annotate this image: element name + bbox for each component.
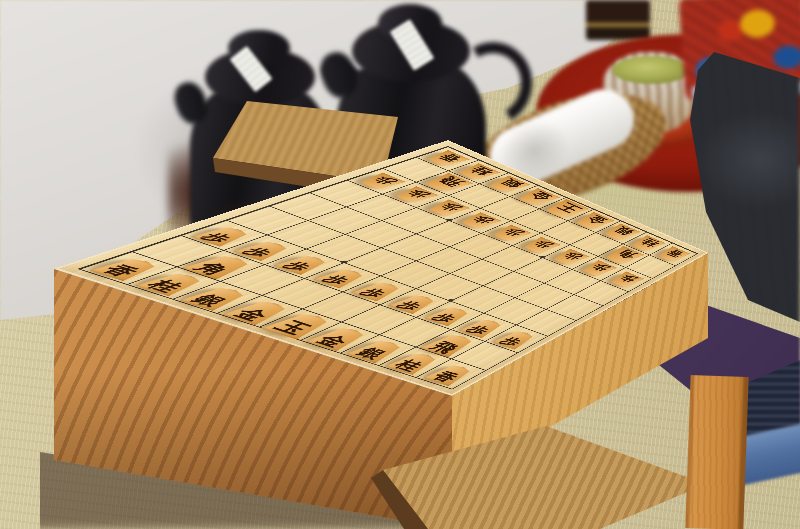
piece-kanji: 香 bbox=[96, 263, 143, 279]
piece-kanji: 歩 bbox=[356, 287, 389, 300]
piece-kanji: 王 bbox=[555, 201, 586, 214]
piece-kanji: 金 bbox=[584, 213, 611, 225]
piece-body: 歩 bbox=[423, 199, 471, 218]
shogi-piece-pawn[interactable]: 歩 bbox=[423, 199, 471, 218]
piece-kanji: 歩 bbox=[531, 238, 557, 249]
green-tea bbox=[612, 56, 690, 84]
lacquer-box bbox=[586, 0, 650, 40]
piece-kanji: 歩 bbox=[197, 231, 236, 245]
piece-kanji: 歩 bbox=[496, 335, 525, 348]
piece-kanji: 角 bbox=[188, 261, 235, 277]
piece-kanji: 歩 bbox=[438, 201, 467, 212]
piece-kanji: 香 bbox=[428, 370, 462, 385]
piece-kanji: 歩 bbox=[371, 174, 402, 185]
piece-kanji: 香 bbox=[665, 248, 687, 259]
piece-kanji: 歩 bbox=[463, 324, 493, 337]
piece-kanji: 金 bbox=[228, 306, 274, 323]
piece-kanji: 飛 bbox=[425, 340, 462, 356]
piece-body: 香 bbox=[422, 363, 476, 387]
piece-body: 歩 bbox=[491, 329, 538, 350]
piece-kanji: 玉 bbox=[268, 319, 316, 337]
piece-kanji: 桂 bbox=[638, 236, 662, 247]
piece-kanji: 歩 bbox=[318, 273, 353, 286]
piece-kanji: 歩 bbox=[279, 260, 315, 273]
piece-body: 歩 bbox=[606, 271, 645, 289]
piece-kanji: 歩 bbox=[561, 250, 586, 261]
shogi-piece-lance[interactable]: 香 bbox=[422, 363, 476, 387]
piece-kanji: 桂 bbox=[390, 358, 427, 374]
piece-kanji: 銀 bbox=[186, 293, 231, 309]
piece-kanji: 歩 bbox=[618, 273, 641, 284]
piece-kanji: 歩 bbox=[501, 226, 528, 237]
piece-kanji: 歩 bbox=[470, 214, 498, 225]
shogi-piece-pawn[interactable]: 歩 bbox=[491, 329, 538, 350]
piece-kanji: 桂 bbox=[467, 165, 497, 177]
piece-kanji: 歩 bbox=[393, 299, 425, 312]
piece-kanji: 桂 bbox=[141, 278, 188, 294]
wooden-post bbox=[685, 375, 748, 529]
piece-kanji: 香 bbox=[436, 152, 465, 163]
shogi-piece-pawn[interactable]: 歩 bbox=[606, 271, 645, 289]
piece-body: 香 bbox=[654, 246, 691, 264]
piece-kanji: 歩 bbox=[428, 312, 459, 325]
piece-kanji: 銀 bbox=[498, 177, 527, 189]
shogi-piece-pawn[interactable]: 歩 bbox=[355, 172, 407, 191]
shogi-piece-lance[interactable]: 香 bbox=[654, 246, 691, 264]
piece-kanji: 銀 bbox=[612, 225, 637, 236]
scene: 香桂銀金王金銀桂香飛角歩歩歩歩歩歩歩歩歩歩歩歩歩歩歩歩歩歩角飛香桂銀金玉金銀桂香 bbox=[0, 0, 800, 529]
piece-kanji: 銀 bbox=[352, 346, 390, 362]
piece-kanji: 金 bbox=[527, 189, 556, 201]
piece-kanji: 歩 bbox=[238, 246, 276, 260]
piece-body: 歩 bbox=[355, 172, 407, 191]
piece-kanji: 金 bbox=[311, 333, 353, 350]
